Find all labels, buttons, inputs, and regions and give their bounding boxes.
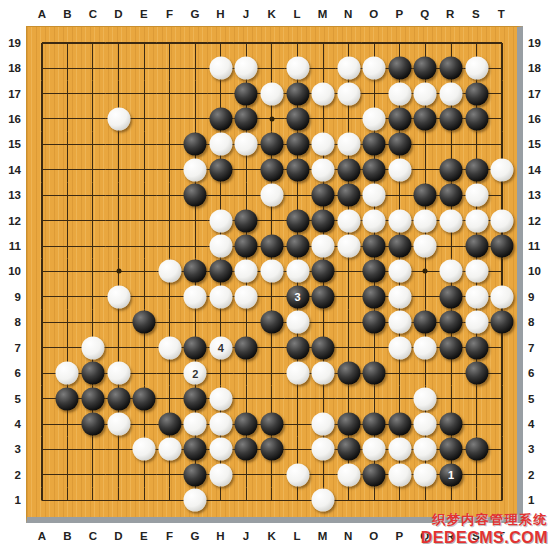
board-point-O5[interactable] (362, 386, 388, 411)
board-point-K10[interactable] (259, 259, 285, 284)
board-point-H18[interactable] (208, 55, 234, 80)
board-point-T2[interactable] (489, 462, 515, 487)
board-point-G10[interactable] (182, 259, 208, 284)
board-point-H7[interactable]: 4 (208, 335, 234, 360)
board-point-K6[interactable] (259, 360, 285, 385)
board-point-B15[interactable] (55, 132, 81, 157)
board-point-R18[interactable] (438, 55, 464, 80)
board-point-H14[interactable] (208, 157, 234, 182)
board-point-S6[interactable] (464, 360, 490, 385)
board-point-J16[interactable] (234, 106, 260, 131)
board-point-K8[interactable] (259, 310, 285, 335)
board-point-K5[interactable] (259, 386, 285, 411)
board-point-S14[interactable] (464, 157, 490, 182)
board-point-O3[interactable] (362, 437, 388, 462)
board-point-H6[interactable] (208, 360, 234, 385)
board-point-L1[interactable] (285, 488, 311, 513)
board-point-A6[interactable] (29, 360, 55, 385)
board-point-P17[interactable] (387, 81, 413, 106)
board-point-G12[interactable] (182, 208, 208, 233)
board-point-T1[interactable] (489, 488, 515, 513)
board-point-P7[interactable] (387, 335, 413, 360)
board-point-E4[interactable] (131, 411, 157, 436)
board-point-G5[interactable] (182, 386, 208, 411)
board-point-O9[interactable] (362, 284, 388, 309)
board-point-K7[interactable] (259, 335, 285, 360)
board-point-L5[interactable] (285, 386, 311, 411)
board-point-T3[interactable] (489, 437, 515, 462)
board-point-Q15[interactable] (413, 132, 439, 157)
board-point-N16[interactable] (336, 106, 362, 131)
board-point-Q11[interactable] (413, 233, 439, 258)
board-point-A12[interactable] (29, 208, 55, 233)
board-point-P8[interactable] (387, 310, 413, 335)
board-point-Q3[interactable] (413, 437, 439, 462)
board-point-B18[interactable] (55, 55, 81, 80)
board-point-R6[interactable] (438, 360, 464, 385)
board-point-L18[interactable] (285, 55, 311, 80)
board-point-R12[interactable] (438, 208, 464, 233)
board-point-C17[interactable] (80, 81, 106, 106)
board-point-J12[interactable] (234, 208, 260, 233)
board-point-R19[interactable] (438, 30, 464, 55)
board-point-M2[interactable] (310, 462, 336, 487)
board-point-J11[interactable] (234, 233, 260, 258)
board-point-F14[interactable] (157, 157, 183, 182)
board-point-N18[interactable] (336, 55, 362, 80)
board-point-M3[interactable] (310, 437, 336, 462)
board-point-H10[interactable] (208, 259, 234, 284)
board-point-D12[interactable] (106, 208, 132, 233)
board-point-R3[interactable] (438, 437, 464, 462)
board-point-A1[interactable] (29, 488, 55, 513)
board-point-N19[interactable] (336, 30, 362, 55)
board-point-C6[interactable] (80, 360, 106, 385)
board-point-E19[interactable] (131, 30, 157, 55)
board-point-C7[interactable] (80, 335, 106, 360)
board-point-F12[interactable] (157, 208, 183, 233)
board-point-R13[interactable] (438, 183, 464, 208)
board-point-C18[interactable] (80, 55, 106, 80)
board-point-R14[interactable] (438, 157, 464, 182)
board-point-D18[interactable] (106, 55, 132, 80)
board-point-B14[interactable] (55, 157, 81, 182)
board-point-K15[interactable] (259, 132, 285, 157)
board-point-L16[interactable] (285, 106, 311, 131)
board-point-M11[interactable] (310, 233, 336, 258)
board-point-F9[interactable] (157, 284, 183, 309)
board-point-J9[interactable] (234, 284, 260, 309)
board-point-B5[interactable] (55, 386, 81, 411)
board-point-J3[interactable] (234, 437, 260, 462)
board-point-O14[interactable] (362, 157, 388, 182)
board-point-M14[interactable] (310, 157, 336, 182)
board-point-R4[interactable] (438, 411, 464, 436)
board-point-C12[interactable] (80, 208, 106, 233)
board-point-K17[interactable] (259, 81, 285, 106)
board-point-Q16[interactable] (413, 106, 439, 131)
board-point-M9[interactable] (310, 284, 336, 309)
board-point-A4[interactable] (29, 411, 55, 436)
board-point-T4[interactable] (489, 411, 515, 436)
board-point-H15[interactable] (208, 132, 234, 157)
board-point-H16[interactable] (208, 106, 234, 131)
board-point-D5[interactable] (106, 386, 132, 411)
board-point-P1[interactable] (387, 488, 413, 513)
board-point-T18[interactable] (489, 55, 515, 80)
board-point-H1[interactable] (208, 488, 234, 513)
board-point-L19[interactable] (285, 30, 311, 55)
board-point-C4[interactable] (80, 411, 106, 436)
board-point-P6[interactable] (387, 360, 413, 385)
board-point-T17[interactable] (489, 81, 515, 106)
board-point-Q8[interactable] (413, 310, 439, 335)
board-point-P12[interactable] (387, 208, 413, 233)
board-point-N11[interactable] (336, 233, 362, 258)
board-point-B2[interactable] (55, 462, 81, 487)
board-point-C14[interactable] (80, 157, 106, 182)
board-point-L9[interactable]: 3 (285, 284, 311, 309)
board-point-C5[interactable] (80, 386, 106, 411)
board-point-L14[interactable] (285, 157, 311, 182)
board-point-F3[interactable] (157, 437, 183, 462)
board-point-K1[interactable] (259, 488, 285, 513)
board-point-S3[interactable] (464, 437, 490, 462)
board-point-J7[interactable] (234, 335, 260, 360)
board-point-A14[interactable] (29, 157, 55, 182)
board-point-E6[interactable] (131, 360, 157, 385)
board-point-A7[interactable] (29, 335, 55, 360)
board-point-K3[interactable] (259, 437, 285, 462)
board-point-K19[interactable] (259, 30, 285, 55)
board-point-B16[interactable] (55, 106, 81, 131)
board-point-L17[interactable] (285, 81, 311, 106)
board-point-E1[interactable] (131, 488, 157, 513)
board-point-O2[interactable] (362, 462, 388, 487)
board-point-F8[interactable] (157, 310, 183, 335)
board-point-F18[interactable] (157, 55, 183, 80)
board-point-P10[interactable] (387, 259, 413, 284)
board-point-J17[interactable] (234, 81, 260, 106)
board-point-G2[interactable] (182, 462, 208, 487)
board-point-A18[interactable] (29, 55, 55, 80)
board-point-H12[interactable] (208, 208, 234, 233)
board-point-Q9[interactable] (413, 284, 439, 309)
board-point-L2[interactable] (285, 462, 311, 487)
board-point-P9[interactable] (387, 284, 413, 309)
board-point-M19[interactable] (310, 30, 336, 55)
board-point-F10[interactable] (157, 259, 183, 284)
board-point-O13[interactable] (362, 183, 388, 208)
board-point-J5[interactable] (234, 386, 260, 411)
board-point-A3[interactable] (29, 437, 55, 462)
board-point-N8[interactable] (336, 310, 362, 335)
board-point-J13[interactable] (234, 183, 260, 208)
board-point-B8[interactable] (55, 310, 81, 335)
board-point-D3[interactable] (106, 437, 132, 462)
board-point-B9[interactable] (55, 284, 81, 309)
board-point-C16[interactable] (80, 106, 106, 131)
board-point-D13[interactable] (106, 183, 132, 208)
board-point-C11[interactable] (80, 233, 106, 258)
board-point-O11[interactable] (362, 233, 388, 258)
board-point-K4[interactable] (259, 411, 285, 436)
board-point-S15[interactable] (464, 132, 490, 157)
board-point-D15[interactable] (106, 132, 132, 157)
board-point-P16[interactable] (387, 106, 413, 131)
board-point-N15[interactable] (336, 132, 362, 157)
board-point-R16[interactable] (438, 106, 464, 131)
board-point-T13[interactable] (489, 183, 515, 208)
board-point-R7[interactable] (438, 335, 464, 360)
board-point-L7[interactable] (285, 335, 311, 360)
board-point-D2[interactable] (106, 462, 132, 487)
board-point-L4[interactable] (285, 411, 311, 436)
board-point-E3[interactable] (131, 437, 157, 462)
board-point-Q4[interactable] (413, 411, 439, 436)
board-point-P2[interactable] (387, 462, 413, 487)
board-point-N4[interactable] (336, 411, 362, 436)
board-point-E13[interactable] (131, 183, 157, 208)
board-point-M1[interactable] (310, 488, 336, 513)
board-point-L6[interactable] (285, 360, 311, 385)
board-point-Q6[interactable] (413, 360, 439, 385)
board-point-T15[interactable] (489, 132, 515, 157)
board-point-L11[interactable] (285, 233, 311, 258)
board-point-H11[interactable] (208, 233, 234, 258)
board-point-H2[interactable] (208, 462, 234, 487)
board-point-M4[interactable] (310, 411, 336, 436)
board-point-R9[interactable] (438, 284, 464, 309)
board-point-B19[interactable] (55, 30, 81, 55)
board-point-E10[interactable] (131, 259, 157, 284)
board-point-M13[interactable] (310, 183, 336, 208)
board-point-K18[interactable] (259, 55, 285, 80)
board-point-T16[interactable] (489, 106, 515, 131)
board-point-G15[interactable] (182, 132, 208, 157)
board-point-C10[interactable] (80, 259, 106, 284)
board-point-Q2[interactable] (413, 462, 439, 487)
board-point-S8[interactable] (464, 310, 490, 335)
board-point-S10[interactable] (464, 259, 490, 284)
board-point-L13[interactable] (285, 183, 311, 208)
board-point-S19[interactable] (464, 30, 490, 55)
board-point-E17[interactable] (131, 81, 157, 106)
board-point-O4[interactable] (362, 411, 388, 436)
board-point-B12[interactable] (55, 208, 81, 233)
board-point-O1[interactable] (362, 488, 388, 513)
board-point-O15[interactable] (362, 132, 388, 157)
board-point-M8[interactable] (310, 310, 336, 335)
board-point-A9[interactable] (29, 284, 55, 309)
board-point-M18[interactable] (310, 55, 336, 80)
board-point-D14[interactable] (106, 157, 132, 182)
board-point-J19[interactable] (234, 30, 260, 55)
board-point-S12[interactable] (464, 208, 490, 233)
board-point-K2[interactable] (259, 462, 285, 487)
board-point-C9[interactable] (80, 284, 106, 309)
board-point-R17[interactable] (438, 81, 464, 106)
board-point-B3[interactable] (55, 437, 81, 462)
board-point-O7[interactable] (362, 335, 388, 360)
board-point-G17[interactable] (182, 81, 208, 106)
board-point-S17[interactable] (464, 81, 490, 106)
board-point-G13[interactable] (182, 183, 208, 208)
board-point-Q7[interactable] (413, 335, 439, 360)
board-point-G19[interactable] (182, 30, 208, 55)
board-point-B7[interactable] (55, 335, 81, 360)
board-point-H19[interactable] (208, 30, 234, 55)
board-point-C1[interactable] (80, 488, 106, 513)
board-point-M7[interactable] (310, 335, 336, 360)
board-point-T5[interactable] (489, 386, 515, 411)
board-point-E5[interactable] (131, 386, 157, 411)
board-point-B13[interactable] (55, 183, 81, 208)
board-point-O12[interactable] (362, 208, 388, 233)
board-point-D9[interactable] (106, 284, 132, 309)
board-point-H9[interactable] (208, 284, 234, 309)
board-point-L8[interactable] (285, 310, 311, 335)
board-point-Q1[interactable] (413, 488, 439, 513)
board-point-E2[interactable] (131, 462, 157, 487)
board-point-J1[interactable] (234, 488, 260, 513)
board-point-M6[interactable] (310, 360, 336, 385)
board-point-G14[interactable] (182, 157, 208, 182)
board-point-G16[interactable] (182, 106, 208, 131)
board-point-P14[interactable] (387, 157, 413, 182)
board-point-P3[interactable] (387, 437, 413, 462)
board-point-F17[interactable] (157, 81, 183, 106)
board-point-G6[interactable]: 2 (182, 360, 208, 385)
board-point-G3[interactable] (182, 437, 208, 462)
board-point-T12[interactable] (489, 208, 515, 233)
board-point-L3[interactable] (285, 437, 311, 462)
board-point-G9[interactable] (182, 284, 208, 309)
board-point-H5[interactable] (208, 386, 234, 411)
board-point-L12[interactable] (285, 208, 311, 233)
board-point-A17[interactable] (29, 81, 55, 106)
board-point-D10[interactable] (106, 259, 132, 284)
board-point-A11[interactable] (29, 233, 55, 258)
board-point-M12[interactable] (310, 208, 336, 233)
board-point-E11[interactable] (131, 233, 157, 258)
board-point-P5[interactable] (387, 386, 413, 411)
board-point-R2[interactable]: 1 (438, 462, 464, 487)
board-point-N14[interactable] (336, 157, 362, 182)
board-point-J10[interactable] (234, 259, 260, 284)
board-point-B11[interactable] (55, 233, 81, 258)
board-point-T19[interactable] (489, 30, 515, 55)
board-point-N9[interactable] (336, 284, 362, 309)
board-point-S9[interactable] (464, 284, 490, 309)
board-point-R11[interactable] (438, 233, 464, 258)
board-point-F6[interactable] (157, 360, 183, 385)
board-point-S18[interactable] (464, 55, 490, 80)
board-point-M10[interactable] (310, 259, 336, 284)
board-point-B17[interactable] (55, 81, 81, 106)
board-point-J15[interactable] (234, 132, 260, 157)
board-point-E7[interactable] (131, 335, 157, 360)
board-point-T7[interactable] (489, 335, 515, 360)
board-point-O10[interactable] (362, 259, 388, 284)
board-point-C3[interactable] (80, 437, 106, 462)
board-point-S11[interactable] (464, 233, 490, 258)
board-point-S16[interactable] (464, 106, 490, 131)
board-point-C15[interactable] (80, 132, 106, 157)
board-point-E15[interactable] (131, 132, 157, 157)
board-point-A13[interactable] (29, 183, 55, 208)
board-point-O19[interactable] (362, 30, 388, 55)
board-point-A10[interactable] (29, 259, 55, 284)
board-point-D6[interactable] (106, 360, 132, 385)
board-point-A15[interactable] (29, 132, 55, 157)
board-point-C8[interactable] (80, 310, 106, 335)
board-point-K11[interactable] (259, 233, 285, 258)
board-point-D19[interactable] (106, 30, 132, 55)
board-point-P19[interactable] (387, 30, 413, 55)
board-point-R1[interactable] (438, 488, 464, 513)
board-point-S1[interactable] (464, 488, 490, 513)
board-point-G1[interactable] (182, 488, 208, 513)
board-point-S2[interactable] (464, 462, 490, 487)
board-point-E18[interactable] (131, 55, 157, 80)
board-point-N6[interactable] (336, 360, 362, 385)
board-point-C19[interactable] (80, 30, 106, 55)
board-point-F2[interactable] (157, 462, 183, 487)
board-point-A2[interactable] (29, 462, 55, 487)
board-point-Q18[interactable] (413, 55, 439, 80)
board-point-J18[interactable] (234, 55, 260, 80)
board-point-J6[interactable] (234, 360, 260, 385)
board-point-O8[interactable] (362, 310, 388, 335)
board-point-H4[interactable] (208, 411, 234, 436)
board-point-F1[interactable] (157, 488, 183, 513)
board-point-F19[interactable] (157, 30, 183, 55)
board-point-A8[interactable] (29, 310, 55, 335)
board-point-D1[interactable] (106, 488, 132, 513)
board-point-E12[interactable] (131, 208, 157, 233)
board-point-D11[interactable] (106, 233, 132, 258)
board-point-G8[interactable] (182, 310, 208, 335)
board-point-H8[interactable] (208, 310, 234, 335)
board-point-P15[interactable] (387, 132, 413, 157)
board-point-G18[interactable] (182, 55, 208, 80)
board-point-B4[interactable] (55, 411, 81, 436)
board-point-B1[interactable] (55, 488, 81, 513)
board-point-L10[interactable] (285, 259, 311, 284)
board-point-S13[interactable] (464, 183, 490, 208)
board-point-T14[interactable] (489, 157, 515, 182)
board-point-K16[interactable] (259, 106, 285, 131)
board-point-N1[interactable] (336, 488, 362, 513)
board-point-H3[interactable] (208, 437, 234, 462)
board-point-F15[interactable] (157, 132, 183, 157)
board-point-A19[interactable] (29, 30, 55, 55)
board-point-M5[interactable] (310, 386, 336, 411)
board-point-P4[interactable] (387, 411, 413, 436)
board-point-Q13[interactable] (413, 183, 439, 208)
board-point-P11[interactable] (387, 233, 413, 258)
board-point-J4[interactable] (234, 411, 260, 436)
board-point-S4[interactable] (464, 411, 490, 436)
board-point-D16[interactable] (106, 106, 132, 131)
board-point-O6[interactable] (362, 360, 388, 385)
board-point-T8[interactable] (489, 310, 515, 335)
board-point-D8[interactable] (106, 310, 132, 335)
board-point-E14[interactable] (131, 157, 157, 182)
board-point-Q14[interactable] (413, 157, 439, 182)
board-point-S5[interactable] (464, 386, 490, 411)
